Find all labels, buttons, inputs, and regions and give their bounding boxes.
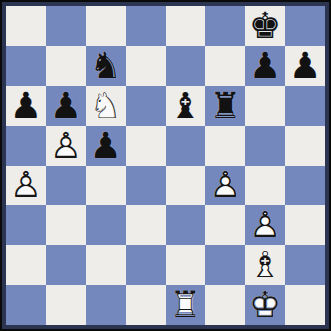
square-b3[interactable] xyxy=(46,205,86,245)
piece-white-pawn-a4[interactable]: ♟♙ xyxy=(6,166,46,206)
white-knight-outline-icon: ♘ xyxy=(86,86,126,126)
piece-black-knight-c7[interactable]: ♞ xyxy=(86,46,126,86)
piece-black-pawn-a6[interactable]: ♟ xyxy=(6,86,46,126)
square-g5[interactable] xyxy=(245,126,285,166)
black-king-icon: ♚ xyxy=(245,6,285,46)
black-pawn-icon: ♟ xyxy=(86,126,126,166)
square-e7[interactable] xyxy=(166,46,206,86)
square-h1[interactable] xyxy=(285,285,325,325)
square-e4[interactable] xyxy=(166,166,206,206)
black-bishop-icon: ♝ xyxy=(166,86,206,126)
square-d8[interactable] xyxy=(126,6,166,46)
square-a5[interactable] xyxy=(6,126,46,166)
square-h8[interactable] xyxy=(285,6,325,46)
square-f1[interactable] xyxy=(205,285,245,325)
square-b5[interactable]: ♟♙ xyxy=(46,126,86,166)
piece-white-pawn-g3[interactable]: ♟♙ xyxy=(245,205,285,245)
square-f6[interactable]: ♜ xyxy=(205,86,245,126)
piece-black-pawn-h7[interactable]: ♟ xyxy=(285,46,325,86)
square-c1[interactable] xyxy=(86,285,126,325)
piece-white-king-g1[interactable]: ♚♔ xyxy=(245,285,285,325)
square-b2[interactable] xyxy=(46,245,86,285)
square-f4[interactable]: ♟♙ xyxy=(205,166,245,206)
square-d4[interactable] xyxy=(126,166,166,206)
square-e8[interactable] xyxy=(166,6,206,46)
white-pawn-outline-icon: ♙ xyxy=(6,166,46,206)
piece-black-bishop-e6[interactable]: ♝ xyxy=(166,86,206,126)
square-d1[interactable] xyxy=(126,285,166,325)
square-f8[interactable] xyxy=(205,6,245,46)
square-a6[interactable]: ♟ xyxy=(6,86,46,126)
square-g2[interactable]: ♝♗ xyxy=(245,245,285,285)
white-pawn-outline-icon: ♙ xyxy=(205,166,245,206)
black-pawn-icon: ♟ xyxy=(285,46,325,86)
black-pawn-icon: ♟ xyxy=(46,86,86,126)
square-g6[interactable] xyxy=(245,86,285,126)
black-pawn-icon: ♟ xyxy=(6,86,46,126)
square-f3[interactable] xyxy=(205,205,245,245)
square-g7[interactable]: ♟ xyxy=(245,46,285,86)
square-b1[interactable] xyxy=(46,285,86,325)
square-e6[interactable]: ♝ xyxy=(166,86,206,126)
square-g3[interactable]: ♟♙ xyxy=(245,205,285,245)
piece-white-pawn-f4[interactable]: ♟♙ xyxy=(205,166,245,206)
white-king-outline-icon: ♔ xyxy=(245,285,285,325)
piece-white-pawn-b5[interactable]: ♟♙ xyxy=(46,126,86,166)
square-d5[interactable] xyxy=(126,126,166,166)
square-c4[interactable] xyxy=(86,166,126,206)
square-c3[interactable] xyxy=(86,205,126,245)
square-h7[interactable]: ♟ xyxy=(285,46,325,86)
square-h2[interactable] xyxy=(285,245,325,285)
piece-black-pawn-g7[interactable]: ♟ xyxy=(245,46,285,86)
square-c5[interactable]: ♟ xyxy=(86,126,126,166)
white-pawn-outline-icon: ♙ xyxy=(46,126,86,166)
square-d2[interactable] xyxy=(126,245,166,285)
square-f5[interactable] xyxy=(205,126,245,166)
square-e3[interactable] xyxy=(166,205,206,245)
black-pawn-icon: ♟ xyxy=(245,46,285,86)
chess-board: ♚♞♟♟♟♟♞♘♝♜♟♙♟♟♙♟♙♟♙♝♗♜♖♚♔ xyxy=(6,6,325,325)
piece-black-pawn-c5[interactable]: ♟ xyxy=(86,126,126,166)
square-d3[interactable] xyxy=(126,205,166,245)
square-g8[interactable]: ♚ xyxy=(245,6,285,46)
board-inner-frame: ♚♞♟♟♟♟♞♘♝♜♟♙♟♟♙♟♙♟♙♝♗♜♖♚♔ xyxy=(2,2,329,329)
square-c7[interactable]: ♞ xyxy=(86,46,126,86)
square-h3[interactable] xyxy=(285,205,325,245)
square-h4[interactable] xyxy=(285,166,325,206)
square-b8[interactable] xyxy=(46,6,86,46)
square-c6[interactable]: ♞♘ xyxy=(86,86,126,126)
square-a4[interactable]: ♟♙ xyxy=(6,166,46,206)
piece-white-knight-c6[interactable]: ♞♘ xyxy=(86,86,126,126)
board-outer-frame: ♚♞♟♟♟♟♞♘♝♜♟♙♟♟♙♟♙♟♙♝♗♜♖♚♔ xyxy=(0,0,331,331)
square-g1[interactable]: ♚♔ xyxy=(245,285,285,325)
square-f2[interactable] xyxy=(205,245,245,285)
square-e2[interactable] xyxy=(166,245,206,285)
white-rook-outline-icon: ♖ xyxy=(166,285,206,325)
piece-white-rook-e1[interactable]: ♜♖ xyxy=(166,285,206,325)
square-c2[interactable] xyxy=(86,245,126,285)
square-g4[interactable] xyxy=(245,166,285,206)
square-a2[interactable] xyxy=(6,245,46,285)
square-b4[interactable] xyxy=(46,166,86,206)
square-b7[interactable] xyxy=(46,46,86,86)
square-h6[interactable] xyxy=(285,86,325,126)
black-knight-icon: ♞ xyxy=(86,46,126,86)
square-f7[interactable] xyxy=(205,46,245,86)
square-c8[interactable] xyxy=(86,6,126,46)
square-a7[interactable] xyxy=(6,46,46,86)
square-e5[interactable] xyxy=(166,126,206,166)
white-bishop-outline-icon: ♗ xyxy=(245,245,285,285)
white-pawn-outline-icon: ♙ xyxy=(245,205,285,245)
square-a8[interactable] xyxy=(6,6,46,46)
piece-black-king-g8[interactable]: ♚ xyxy=(245,6,285,46)
piece-black-pawn-b6[interactable]: ♟ xyxy=(46,86,86,126)
square-a3[interactable] xyxy=(6,205,46,245)
square-h5[interactable] xyxy=(285,126,325,166)
square-b6[interactable]: ♟ xyxy=(46,86,86,126)
piece-black-rook-f6[interactable]: ♜ xyxy=(205,86,245,126)
square-e1[interactable]: ♜♖ xyxy=(166,285,206,325)
piece-white-bishop-g2[interactable]: ♝♗ xyxy=(245,245,285,285)
square-d6[interactable] xyxy=(126,86,166,126)
square-d7[interactable] xyxy=(126,46,166,86)
black-rook-icon: ♜ xyxy=(205,86,245,126)
square-a1[interactable] xyxy=(6,285,46,325)
